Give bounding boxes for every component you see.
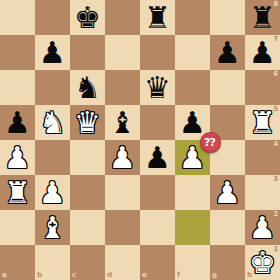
square-c1[interactable]: c	[70, 245, 105, 280]
black-pawn[interactable]: ♟	[4, 105, 31, 140]
square-f3[interactable]	[175, 175, 210, 210]
square-f6[interactable]	[175, 70, 210, 105]
square-a1[interactable]: a	[0, 245, 35, 280]
white-pawn[interactable]: ♟	[39, 175, 66, 210]
square-f8[interactable]	[175, 0, 210, 35]
black-pawn[interactable]: ♟	[214, 35, 241, 70]
square-e3[interactable]	[140, 175, 175, 210]
square-c6[interactable]: ♞	[70, 70, 105, 105]
square-a6[interactable]	[0, 70, 35, 105]
coord-file-f: f	[177, 272, 180, 279]
square-a4[interactable]: ♟	[0, 140, 35, 175]
square-d7[interactable]	[105, 35, 140, 70]
square-c3[interactable]	[70, 175, 105, 210]
white-rook[interactable]: ♜	[249, 105, 276, 140]
square-h7[interactable]: ♟7	[245, 35, 280, 70]
square-g7[interactable]: ♟	[210, 35, 245, 70]
square-f1[interactable]: f	[175, 245, 210, 280]
square-e2[interactable]	[140, 210, 175, 245]
white-knight[interactable]: ♞	[39, 105, 66, 140]
square-e7[interactable]	[140, 35, 175, 70]
square-a2[interactable]	[0, 210, 35, 245]
square-h2[interactable]: ♟2	[245, 210, 280, 245]
square-a5[interactable]: ♟	[0, 105, 35, 140]
black-knight[interactable]: ♞	[74, 70, 101, 105]
square-d2[interactable]	[105, 210, 140, 245]
square-a3[interactable]: ♜	[0, 175, 35, 210]
coord-rank-3: 3	[273, 176, 278, 183]
coord-file-e: e	[142, 272, 147, 279]
square-g1[interactable]: g	[210, 245, 245, 280]
white-queen[interactable]: ♛	[74, 105, 101, 140]
black-pawn[interactable]: ♟	[144, 140, 171, 175]
coord-file-b: b	[37, 272, 42, 279]
square-d5[interactable]: ♝	[105, 105, 140, 140]
square-a7[interactable]	[0, 35, 35, 70]
square-e6[interactable]: ♛	[140, 70, 175, 105]
square-h8[interactable]: ♜8	[245, 0, 280, 35]
square-h3[interactable]: 3	[245, 175, 280, 210]
square-c7[interactable]	[70, 35, 105, 70]
square-d6[interactable]	[105, 70, 140, 105]
white-king[interactable]: ♚	[249, 245, 276, 280]
square-e1[interactable]: e	[140, 245, 175, 280]
coord-file-a: a	[2, 272, 7, 279]
white-pawn[interactable]: ♟	[109, 140, 136, 175]
square-b1[interactable]: b	[35, 245, 70, 280]
white-pawn[interactable]: ♟	[214, 175, 241, 210]
square-g3[interactable]: ♟	[210, 175, 245, 210]
board-grid: ♚♜♜8♟♟♟7♞♛6♟♞♛♝♟♜5♟♟♟♟4♜♟♟3♝♟2abcdefg♚h1	[0, 0, 280, 280]
square-h5[interactable]: ♜5	[245, 105, 280, 140]
black-queen[interactable]: ♛	[144, 70, 171, 105]
square-g2[interactable]	[210, 210, 245, 245]
chess-board: ♚♜♜8♟♟♟7♞♛6♟♞♛♝♟♜5♟♟♟♟4♜♟♟3♝♟2abcdefg♚h1…	[0, 0, 280, 280]
square-c2[interactable]	[70, 210, 105, 245]
square-e4[interactable]: ♟	[140, 140, 175, 175]
square-c5[interactable]: ♛	[70, 105, 105, 140]
square-c4[interactable]	[70, 140, 105, 175]
square-g6[interactable]	[210, 70, 245, 105]
square-f7[interactable]	[175, 35, 210, 70]
square-c8[interactable]: ♚	[70, 0, 105, 35]
coord-file-d: d	[107, 272, 112, 279]
square-d8[interactable]	[105, 0, 140, 35]
square-b6[interactable]	[35, 70, 70, 105]
square-b2[interactable]: ♝	[35, 210, 70, 245]
white-rook[interactable]: ♜	[4, 175, 31, 210]
black-king[interactable]: ♚	[74, 0, 101, 35]
square-f2[interactable]	[175, 210, 210, 245]
square-e8[interactable]: ♜	[140, 0, 175, 35]
black-pawn[interactable]: ♟	[39, 35, 66, 70]
square-h4[interactable]: 4	[245, 140, 280, 175]
white-bishop[interactable]: ♝	[39, 210, 66, 245]
square-b7[interactable]: ♟	[35, 35, 70, 70]
square-d3[interactable]	[105, 175, 140, 210]
black-rook[interactable]: ♜	[144, 0, 171, 35]
square-b3[interactable]: ♟	[35, 175, 70, 210]
coord-file-c: c	[72, 272, 76, 279]
white-pawn[interactable]: ♟	[4, 140, 31, 175]
square-d4[interactable]: ♟	[105, 140, 140, 175]
square-a8[interactable]	[0, 0, 35, 35]
coord-rank-6: 6	[273, 71, 278, 78]
black-pawn[interactable]: ♟	[249, 35, 276, 70]
blunder-annotation-badge: ??	[200, 132, 221, 153]
coord-file-g: g	[212, 272, 217, 279]
square-b8[interactable]	[35, 0, 70, 35]
white-pawn[interactable]: ♟	[249, 210, 276, 245]
square-g8[interactable]	[210, 0, 245, 35]
square-b5[interactable]: ♞	[35, 105, 70, 140]
square-b4[interactable]	[35, 140, 70, 175]
black-rook[interactable]: ♜	[249, 0, 276, 35]
square-h1[interactable]: ♚h1	[245, 245, 280, 280]
square-h6[interactable]: 6	[245, 70, 280, 105]
coord-rank-4: 4	[273, 141, 278, 148]
black-bishop[interactable]: ♝	[109, 105, 136, 140]
square-e5[interactable]	[140, 105, 175, 140]
square-d1[interactable]: d	[105, 245, 140, 280]
